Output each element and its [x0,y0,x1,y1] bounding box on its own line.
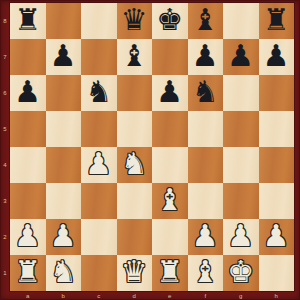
square-d7[interactable]: ♝ [117,39,153,75]
square-c3[interactable] [81,183,117,219]
square-a4[interactable] [10,147,46,183]
square-a3[interactable] [10,183,46,219]
file-labels: abcdefgh [10,291,294,300]
rank-label-5: 5 [0,111,10,147]
file-label-f: f [188,291,224,300]
square-e4[interactable] [152,147,188,183]
black-pawn[interactable]: ♟ [192,41,219,71]
square-f6[interactable]: ♞ [188,75,224,111]
square-h1[interactable] [259,255,295,291]
square-b5[interactable] [46,111,82,147]
black-pawn[interactable]: ♟ [156,77,183,107]
square-g7[interactable]: ♟ [223,39,259,75]
black-knight[interactable]: ♞ [192,77,219,107]
white-knight[interactable]: ♞ [121,149,148,179]
rank-label-1: 1 [0,255,10,291]
square-g3[interactable] [223,183,259,219]
white-king[interactable]: ♚ [227,257,254,287]
file-label-h: h [259,291,295,300]
square-f1[interactable]: ♝ [188,255,224,291]
square-a8[interactable]: ♜ [10,3,46,39]
black-knight[interactable]: ♞ [85,77,112,107]
black-king[interactable]: ♚ [156,5,183,35]
square-d6[interactable] [117,75,153,111]
square-g5[interactable] [223,111,259,147]
file-label-c: c [81,291,117,300]
white-pawn[interactable]: ♟ [85,149,112,179]
black-bishop[interactable]: ♝ [121,41,148,71]
square-c2[interactable] [81,219,117,255]
square-a1[interactable]: ♜ [10,255,46,291]
white-pawn[interactable]: ♟ [263,221,290,251]
black-bishop[interactable]: ♝ [192,5,219,35]
square-b7[interactable]: ♟ [46,39,82,75]
white-rook[interactable]: ♜ [14,257,41,287]
square-f3[interactable] [188,183,224,219]
square-h2[interactable]: ♟ [259,219,295,255]
square-f8[interactable]: ♝ [188,3,224,39]
white-bishop[interactable]: ♝ [192,257,219,287]
chess-board: ♜♛♚♝♜♟♝♟♟♟♟♞♟♞♟♞♝♟♟♟♟♟♜♞♛♜♝♚ [10,3,294,291]
square-e6[interactable]: ♟ [152,75,188,111]
black-rook[interactable]: ♜ [263,5,290,35]
black-pawn[interactable]: ♟ [14,77,41,107]
square-h4[interactable] [259,147,295,183]
square-d2[interactable] [117,219,153,255]
square-a5[interactable] [10,111,46,147]
file-label-g: g [223,291,259,300]
square-g8[interactable] [223,3,259,39]
square-g6[interactable] [223,75,259,111]
white-pawn[interactable]: ♟ [227,221,254,251]
square-e1[interactable]: ♜ [152,255,188,291]
square-h6[interactable] [259,75,295,111]
square-d4[interactable]: ♞ [117,147,153,183]
square-b2[interactable]: ♟ [46,219,82,255]
square-e7[interactable] [152,39,188,75]
square-d3[interactable] [117,183,153,219]
square-h3[interactable] [259,183,295,219]
black-pawn[interactable]: ♟ [263,41,290,71]
square-b8[interactable] [46,3,82,39]
chessboard-frame: 87654321 ♜♛♚♝♜♟♝♟♟♟♟♞♟♞♟♞♝♟♟♟♟♟♜♞♛♜♝♚ ab… [0,0,300,300]
rank-label-4: 4 [0,147,10,183]
square-f7[interactable]: ♟ [188,39,224,75]
square-g1[interactable]: ♚ [223,255,259,291]
square-d1[interactable]: ♛ [117,255,153,291]
square-d5[interactable] [117,111,153,147]
white-knight[interactable]: ♞ [50,257,77,287]
rank-label-7: 7 [0,39,10,75]
rank-label-3: 3 [0,183,10,219]
square-b6[interactable] [46,75,82,111]
file-label-e: e [152,291,188,300]
white-bishop[interactable]: ♝ [156,185,183,215]
rank-label-2: 2 [0,219,10,255]
square-c8[interactable] [81,3,117,39]
square-c5[interactable] [81,111,117,147]
square-e2[interactable] [152,219,188,255]
square-e5[interactable] [152,111,188,147]
white-pawn[interactable]: ♟ [50,221,77,251]
square-b1[interactable]: ♞ [46,255,82,291]
square-g2[interactable]: ♟ [223,219,259,255]
file-label-b: b [46,291,82,300]
file-label-d: d [117,291,153,300]
white-queen[interactable]: ♛ [121,257,148,287]
white-rook[interactable]: ♜ [156,257,183,287]
black-rook[interactable]: ♜ [14,5,41,35]
square-e8[interactable]: ♚ [152,3,188,39]
square-a6[interactable]: ♟ [10,75,46,111]
white-pawn[interactable]: ♟ [192,221,219,251]
white-pawn[interactable]: ♟ [14,221,41,251]
square-e3[interactable]: ♝ [152,183,188,219]
square-a7[interactable] [10,39,46,75]
square-a2[interactable]: ♟ [10,219,46,255]
square-f2[interactable]: ♟ [188,219,224,255]
square-g4[interactable] [223,147,259,183]
square-c4[interactable]: ♟ [81,147,117,183]
square-f4[interactable] [188,147,224,183]
black-queen[interactable]: ♛ [121,5,148,35]
square-f5[interactable] [188,111,224,147]
rank-label-8: 8 [0,3,10,39]
square-c1[interactable] [81,255,117,291]
square-c7[interactable] [81,39,117,75]
black-pawn[interactable]: ♟ [227,41,254,71]
square-d8[interactable]: ♛ [117,3,153,39]
square-b3[interactable] [46,183,82,219]
square-b4[interactable] [46,147,82,183]
square-h8[interactable]: ♜ [259,3,295,39]
square-c6[interactable]: ♞ [81,75,117,111]
square-h5[interactable] [259,111,295,147]
black-pawn[interactable]: ♟ [50,41,77,71]
file-label-a: a [10,291,46,300]
rank-labels: 87654321 [0,3,10,291]
square-h7[interactable]: ♟ [259,39,295,75]
rank-label-6: 6 [0,75,10,111]
